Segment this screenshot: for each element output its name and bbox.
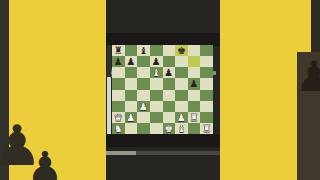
pawn-silhouette-icon: ♟ — [27, 146, 63, 180]
square-d1 — [150, 123, 163, 134]
square-b1 — [125, 123, 138, 134]
piece-bk-f8: ♚ — [175, 45, 188, 56]
square-b6 — [125, 67, 138, 78]
square-f1: ♝ — [175, 123, 188, 134]
square-b3 — [125, 101, 138, 112]
square-a5 — [112, 78, 125, 89]
square-d3 — [150, 101, 163, 112]
square-a6 — [112, 67, 125, 78]
video-player[interactable]: ♞ ♜♝♚♟♟♟♝♟♟♟♛♟♟♜♞♚♝♜ ♙ — [106, 0, 220, 180]
square-h3 — [200, 101, 213, 112]
piece-bp-g5: ♟ — [188, 78, 201, 89]
piece-wp-f2: ♟ — [175, 112, 188, 123]
square-f8: ♚ — [175, 45, 188, 56]
piece-wn-a1: ♞ — [112, 123, 125, 134]
square-h1: ♜ — [200, 123, 213, 134]
square-f7 — [175, 56, 188, 67]
square-c8: ♝ — [137, 45, 150, 56]
square-e6: ♟ — [163, 67, 176, 78]
square-e8 — [163, 45, 176, 56]
square-g5: ♟ — [188, 78, 201, 89]
short-video-frame: ♟ ♟ ♟ ♞ ♜♝♚♟♟♟♝♟♟♟♛♟♟♜♞♚♝♜ ♙ — [0, 0, 320, 180]
square-c7 — [137, 56, 150, 67]
square-b4 — [125, 90, 138, 101]
piece-bp-d7: ♟ — [150, 56, 163, 67]
square-c1 — [137, 123, 150, 134]
piece-wp-c3: ♟ — [137, 101, 150, 112]
square-b8 — [125, 45, 138, 56]
eval-bar-black-portion — [107, 45, 111, 77]
square-a7: ♟ — [112, 56, 125, 67]
piece-bp-e6: ♟ — [163, 67, 176, 78]
square-b2: ♟ — [125, 112, 138, 123]
square-g7 — [188, 56, 201, 67]
square-c3: ♟ — [137, 101, 150, 112]
pawn-silhouette-icon: ♟ — [295, 56, 320, 98]
square-f2: ♟ — [175, 112, 188, 123]
square-f4 — [175, 90, 188, 101]
square-c5 — [137, 78, 150, 89]
square-g6 — [188, 67, 201, 78]
square-c6 — [137, 67, 150, 78]
square-e3 — [163, 101, 176, 112]
square-d8 — [150, 45, 163, 56]
square-g4 — [188, 90, 201, 101]
chess-board: ♜♝♚♟♟♟♝♟♟♟♛♟♟♜♞♚♝♜ — [112, 45, 213, 134]
square-a3 — [112, 101, 125, 112]
square-g8 — [188, 45, 201, 56]
square-d5 — [150, 78, 163, 89]
square-e4 — [163, 90, 176, 101]
square-a1: ♞ — [112, 123, 125, 134]
piece-wb-f1: ♝ — [175, 123, 188, 134]
piece-wp-b2: ♟ — [125, 112, 138, 123]
square-a2: ♛ — [112, 112, 125, 123]
square-h7 — [200, 56, 213, 67]
square-a8: ♜ — [112, 45, 125, 56]
bottom-player-bar: ♙ — [106, 134, 220, 147]
piece-bp-a7: ♟ — [112, 56, 125, 67]
square-e1: ♚ — [163, 123, 176, 134]
square-c2 — [137, 112, 150, 123]
video-progress-played — [106, 151, 136, 155]
square-f6 — [175, 67, 188, 78]
square-e2 — [163, 112, 176, 123]
square-g1 — [188, 123, 201, 134]
piece-wb-d6: ♝ — [150, 67, 163, 78]
piece-bp-b7: ♟ — [125, 56, 138, 67]
square-d4 — [150, 90, 163, 101]
square-f5 — [175, 78, 188, 89]
square-d7: ♟ — [150, 56, 163, 67]
square-h5 — [200, 78, 213, 89]
square-a4 — [112, 90, 125, 101]
square-h6 — [200, 67, 213, 78]
piece-wr-h1: ♜ — [200, 123, 213, 134]
square-h8 — [200, 45, 213, 56]
square-h4 — [200, 90, 213, 101]
piece-wr-g2: ♜ — [188, 112, 201, 123]
square-d6: ♝ — [150, 67, 163, 78]
square-b5 — [125, 78, 138, 89]
square-h2 — [200, 112, 213, 123]
square-g3 — [188, 101, 201, 112]
piece-br-a8: ♜ — [112, 45, 125, 56]
piece-wk-e1: ♚ — [163, 123, 176, 134]
piece-wq-a2: ♛ — [112, 112, 125, 123]
square-e7 — [163, 56, 176, 67]
square-g2: ♜ — [188, 112, 201, 123]
piece-bb-c8: ♝ — [137, 45, 150, 56]
square-f3 — [175, 101, 188, 112]
square-b7: ♟ — [125, 56, 138, 67]
square-c4 — [137, 90, 150, 101]
video-progress-bar[interactable] — [106, 151, 220, 155]
eval-bar — [107, 45, 111, 134]
square-d2 — [150, 112, 163, 123]
square-e5 — [163, 78, 176, 89]
